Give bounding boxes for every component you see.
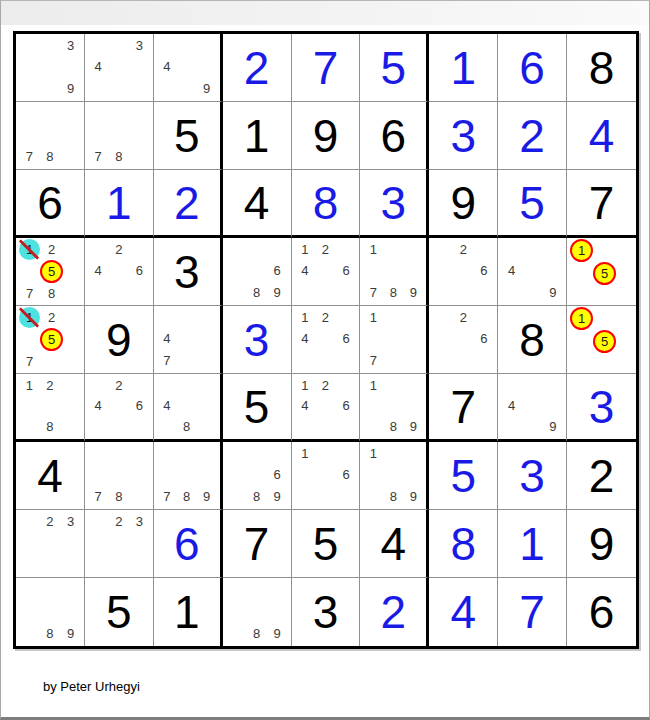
candidate-grid: 26 bbox=[432, 239, 494, 303]
candidate-2[interactable]: 2 bbox=[322, 243, 329, 256]
candidate-2[interactable]: 2 bbox=[48, 243, 55, 256]
candidate-slot-1: 1 bbox=[363, 443, 383, 464]
cell-r1c9[interactable]: 8 bbox=[567, 34, 636, 102]
candidate-slot-1: 1 bbox=[570, 239, 593, 262]
cell-r1c2[interactable]: 34 bbox=[85, 34, 154, 102]
candidate-slot-5 bbox=[109, 464, 130, 485]
highlighted-candidate-5[interactable]: 5 bbox=[40, 328, 63, 351]
candidate-slot-7: 7 bbox=[363, 282, 383, 303]
cell-r7c6[interactable]: 189 bbox=[360, 442, 429, 510]
candidate-slot-9 bbox=[336, 486, 357, 507]
cell-r6c1[interactable]: 128 bbox=[16, 374, 85, 442]
candidate-slot-3 bbox=[60, 103, 81, 124]
candidate-slot-1 bbox=[88, 103, 109, 124]
candidate-8[interactable]: 8 bbox=[48, 287, 55, 300]
cell-r7c9[interactable]: 2 bbox=[567, 442, 636, 510]
candidate-slot-9 bbox=[336, 416, 357, 437]
candidate-4[interactable]: 4 bbox=[163, 332, 170, 345]
candidate-slot-1 bbox=[226, 239, 247, 260]
candidate-slot-8: 8 bbox=[383, 416, 403, 437]
candidate-slot-5 bbox=[315, 396, 336, 417]
cell-r9c1[interactable]: 89 bbox=[16, 578, 85, 646]
eliminated-candidate-1[interactable]: 1 bbox=[19, 307, 40, 328]
elimination-slash-icon bbox=[19, 307, 40, 328]
candidate-slot-5 bbox=[40, 56, 61, 77]
candidate-slot-9: 9 bbox=[542, 416, 563, 437]
cell-r4c9[interactable]: 15 bbox=[567, 238, 636, 306]
highlighted-candidate-1[interactable]: 1 bbox=[570, 307, 593, 330]
candidate-slot-3 bbox=[60, 375, 81, 396]
cell-r7c7[interactable]: 5 bbox=[429, 442, 498, 510]
candidate-slot-2: 2 bbox=[315, 375, 336, 396]
eliminated-candidate-1[interactable]: 1 bbox=[19, 239, 40, 260]
cell-r4c1[interactable]: 12578 bbox=[16, 238, 85, 306]
solved-digit: 3 bbox=[589, 384, 615, 430]
candidate-slot-4: 4 bbox=[88, 396, 109, 417]
candidate-6[interactable]: 6 bbox=[343, 468, 350, 481]
candidate-slot-7 bbox=[295, 350, 316, 371]
candidate-slot-4: 4 bbox=[88, 56, 109, 77]
cell-r1c3[interactable]: 49 bbox=[154, 34, 223, 102]
candidate-grid: 15 bbox=[570, 239, 633, 303]
candidate-9[interactable]: 9 bbox=[410, 490, 417, 503]
candidate-grid: 78 bbox=[19, 103, 81, 167]
candidate-slot-8: 8 bbox=[383, 486, 403, 507]
candidate-slot-1: 1 bbox=[295, 307, 316, 328]
candidate-slot-4: 4 bbox=[501, 260, 522, 281]
highlighted-candidate-5[interactable]: 5 bbox=[593, 262, 616, 285]
candidate-slot-3 bbox=[542, 375, 563, 396]
candidate-grid: 1789 bbox=[363, 239, 423, 303]
cell-r2c8[interactable]: 2 bbox=[498, 102, 567, 170]
candidate-slot-9 bbox=[60, 416, 81, 437]
cell-r8c1[interactable]: 23 bbox=[16, 510, 85, 578]
candidate-8[interactable]: 8 bbox=[390, 420, 397, 433]
candidate-slot-8 bbox=[109, 416, 130, 437]
candidate-slot-8 bbox=[109, 78, 130, 99]
cell-r8c7[interactable]: 8 bbox=[429, 510, 498, 578]
cell-r8c9[interactable]: 9 bbox=[567, 510, 636, 578]
candidate-8[interactable]: 8 bbox=[46, 150, 53, 163]
candidate-grid: 689 bbox=[226, 239, 288, 303]
candidate-slot-5 bbox=[109, 56, 130, 77]
cell-r6c2[interactable]: 246 bbox=[85, 374, 154, 442]
solved-digit: 6 bbox=[381, 113, 407, 159]
candidate-9[interactable]: 9 bbox=[549, 286, 556, 299]
cell-r1c1[interactable]: 39 bbox=[16, 34, 85, 102]
candidate-slot-7 bbox=[226, 622, 247, 644]
candidate-9[interactable]: 9 bbox=[274, 490, 281, 503]
cell-r8c2[interactable]: 23 bbox=[85, 510, 154, 578]
candidate-4[interactable]: 4 bbox=[163, 399, 170, 412]
cell-r2c1[interactable]: 78 bbox=[16, 102, 85, 170]
candidate-3[interactable]: 3 bbox=[136, 39, 143, 52]
candidate-slot-6: 6 bbox=[267, 260, 288, 281]
candidate-1[interactable]: 1 bbox=[301, 379, 308, 392]
candidate-slot-1: 1 bbox=[570, 307, 593, 330]
cell-r7c4[interactable]: 689 bbox=[223, 442, 292, 510]
candidate-4[interactable]: 4 bbox=[95, 399, 102, 412]
candidate-slot-6 bbox=[197, 464, 217, 485]
cell-r9c2[interactable]: 5 bbox=[85, 578, 154, 646]
candidate-7[interactable]: 7 bbox=[26, 150, 33, 163]
candidate-8[interactable]: 8 bbox=[46, 627, 53, 640]
candidate-slot-4 bbox=[570, 330, 593, 353]
candidate-slot-1 bbox=[501, 239, 522, 260]
cell-r4c4[interactable]: 689 bbox=[223, 238, 292, 306]
candidate-8[interactable]: 8 bbox=[46, 420, 53, 433]
candidate-8[interactable]: 8 bbox=[183, 490, 190, 503]
candidate-1[interactable]: 1 bbox=[370, 379, 377, 392]
candidate-slot-6: 6 bbox=[129, 396, 150, 417]
highlighted-candidate-5[interactable]: 5 bbox=[593, 330, 616, 353]
solved-digit: 7 bbox=[450, 384, 476, 430]
candidate-slot-3 bbox=[474, 307, 495, 328]
candidate-slot-6 bbox=[129, 532, 150, 553]
candidate-slot-7: 7 bbox=[88, 146, 109, 167]
candidate-slot-5 bbox=[109, 396, 130, 417]
candidate-6[interactable]: 6 bbox=[136, 399, 143, 412]
cell-r6c4[interactable]: 5 bbox=[223, 374, 292, 442]
candidate-grid: 246 bbox=[88, 375, 150, 437]
candidate-7[interactable]: 7 bbox=[26, 287, 33, 300]
candidate-slot-8: 8 bbox=[383, 282, 403, 303]
candidate-9[interactable]: 9 bbox=[410, 420, 417, 433]
candidate-9[interactable]: 9 bbox=[549, 420, 556, 433]
highlighted-candidate-5[interactable]: 5 bbox=[40, 260, 63, 283]
candidate-slot-3: 3 bbox=[60, 511, 81, 532]
cell-r8c6[interactable]: 4 bbox=[360, 510, 429, 578]
candidate-4[interactable]: 4 bbox=[95, 60, 102, 73]
cell-r5c5[interactable]: 1246 bbox=[292, 306, 361, 374]
candidate-4[interactable]: 4 bbox=[508, 264, 515, 277]
candidate-slot-6 bbox=[542, 396, 563, 417]
cell-r6c6[interactable]: 189 bbox=[360, 374, 429, 442]
cell-r3c4[interactable]: 4 bbox=[223, 170, 292, 238]
cell-r4c3[interactable]: 3 bbox=[154, 238, 223, 306]
candidate-slot-3 bbox=[63, 239, 81, 260]
candidate-6[interactable]: 6 bbox=[480, 264, 487, 277]
candidate-slot-9 bbox=[474, 350, 495, 371]
candidate-slot-1 bbox=[157, 375, 177, 396]
cell-r9c9[interactable]: 6 bbox=[567, 578, 636, 646]
candidate-6[interactable]: 6 bbox=[480, 332, 487, 345]
cell-r7c2[interactable]: 78 bbox=[85, 442, 154, 510]
solved-digit: 5 bbox=[244, 384, 270, 430]
candidate-8[interactable]: 8 bbox=[390, 286, 397, 299]
cell-r5c2[interactable]: 9 bbox=[85, 306, 154, 374]
candidate-9[interactable]: 9 bbox=[67, 82, 74, 95]
candidate-slot-2: 2 bbox=[109, 375, 130, 396]
candidate-slot-8 bbox=[315, 486, 336, 507]
cell-r6c5[interactable]: 1246 bbox=[292, 374, 361, 442]
candidate-9[interactable]: 9 bbox=[67, 627, 74, 640]
candidate-8[interactable]: 8 bbox=[183, 420, 190, 433]
highlighted-candidate-1[interactable]: 1 bbox=[570, 239, 593, 262]
candidate-slot-3 bbox=[197, 375, 217, 396]
candidate-slot-6: 6 bbox=[267, 464, 288, 485]
candidate-slot-8: 8 bbox=[246, 282, 267, 303]
solved-digit: 4 bbox=[37, 453, 63, 499]
cell-r3c1[interactable]: 6 bbox=[16, 170, 85, 238]
candidate-slot-4 bbox=[88, 124, 109, 145]
candidate-slot-3: 3 bbox=[129, 511, 150, 532]
candidate-4[interactable]: 4 bbox=[301, 399, 308, 412]
cell-r8c5[interactable]: 5 bbox=[292, 510, 361, 578]
candidate-7[interactable]: 7 bbox=[163, 354, 170, 367]
candidate-2[interactable]: 2 bbox=[460, 243, 467, 256]
candidate-slot-2: 2 bbox=[453, 307, 474, 328]
candidate-slot-3 bbox=[542, 239, 563, 260]
cell-r2c9[interactable]: 4 bbox=[567, 102, 636, 170]
cell-r7c5[interactable]: 16 bbox=[292, 442, 361, 510]
candidate-7[interactable]: 7 bbox=[26, 355, 33, 368]
candidate-slot-8: 8 bbox=[177, 486, 197, 507]
candidate-grid: 128 bbox=[19, 375, 81, 437]
candidate-slot-2 bbox=[109, 103, 130, 124]
candidate-8[interactable]: 8 bbox=[253, 286, 260, 299]
cell-r1c7[interactable]: 1 bbox=[429, 34, 498, 102]
candidate-slot-5: 5 bbox=[593, 330, 616, 353]
cell-r5c4[interactable]: 3 bbox=[223, 306, 292, 374]
candidate-slot-7 bbox=[19, 416, 40, 437]
cell-r2c3[interactable]: 5 bbox=[154, 102, 223, 170]
candidate-slot-5 bbox=[109, 124, 130, 145]
cell-r3c5[interactable]: 8 bbox=[292, 170, 361, 238]
cell-r5c6[interactable]: 17 bbox=[360, 306, 429, 374]
candidate-slot-6 bbox=[197, 56, 217, 77]
candidate-grid: 23 bbox=[19, 511, 81, 575]
solved-digit: 4 bbox=[450, 589, 476, 635]
candidate-slot-8 bbox=[315, 416, 336, 437]
candidate-6[interactable]: 6 bbox=[343, 399, 350, 412]
candidate-slot-2: 2 bbox=[315, 307, 336, 328]
cell-r7c8[interactable]: 3 bbox=[498, 442, 567, 510]
candidate-8[interactable]: 8 bbox=[253, 627, 260, 640]
candidate-slot-2 bbox=[593, 307, 616, 330]
cell-r1c4[interactable]: 2 bbox=[223, 34, 292, 102]
cell-r6c9[interactable]: 3 bbox=[567, 374, 636, 442]
candidate-slot-7: 7 bbox=[19, 351, 40, 371]
candidate-slot-2: 2 bbox=[109, 511, 130, 532]
candidate-slot-4: 4 bbox=[157, 56, 177, 77]
candidate-4[interactable]: 4 bbox=[508, 399, 515, 412]
candidate-slot-3 bbox=[129, 375, 150, 396]
candidate-slot-5 bbox=[246, 601, 267, 623]
cell-r9c3[interactable]: 1 bbox=[154, 578, 223, 646]
candidate-slot-8: 8 bbox=[40, 146, 61, 167]
cell-r4c7[interactable]: 26 bbox=[429, 238, 498, 306]
candidate-6[interactable]: 6 bbox=[136, 264, 143, 277]
candidate-slot-2 bbox=[383, 375, 403, 396]
candidate-slot-6 bbox=[403, 328, 423, 349]
cell-r2c5[interactable]: 9 bbox=[292, 102, 361, 170]
candidate-2[interactable]: 2 bbox=[46, 515, 53, 528]
candidate-slot-5 bbox=[40, 396, 61, 417]
candidate-slot-5 bbox=[40, 124, 61, 145]
candidate-slot-4 bbox=[295, 464, 316, 485]
candidate-1[interactable]: 1 bbox=[370, 311, 377, 324]
cell-r3c2[interactable]: 1 bbox=[85, 170, 154, 238]
cell-r5c8[interactable]: 8 bbox=[498, 306, 567, 374]
cell-r3c9[interactable]: 7 bbox=[567, 170, 636, 238]
candidate-slot-5 bbox=[246, 464, 267, 485]
cell-r8c4[interactable]: 7 bbox=[223, 510, 292, 578]
solved-digit: 1 bbox=[174, 589, 200, 635]
candidate-slot-3 bbox=[267, 579, 288, 601]
cell-r1c5[interactable]: 7 bbox=[292, 34, 361, 102]
candidate-slot-4 bbox=[19, 260, 40, 283]
candidate-1[interactable]: 1 bbox=[370, 243, 377, 256]
candidate-6[interactable]: 6 bbox=[274, 468, 281, 481]
candidate-slot-3 bbox=[336, 239, 357, 260]
candidate-slot-9: 9 bbox=[60, 78, 81, 99]
cell-r3c6[interactable]: 3 bbox=[360, 170, 429, 238]
candidate-slot-6: 6 bbox=[129, 260, 150, 281]
candidate-slot-6 bbox=[197, 328, 217, 349]
candidate-grid: 246 bbox=[88, 239, 150, 303]
candidate-7[interactable]: 7 bbox=[163, 490, 170, 503]
cell-r5c1[interactable]: 1257 bbox=[16, 306, 85, 374]
cell-r9c8[interactable]: 7 bbox=[498, 578, 567, 646]
cell-r5c9[interactable]: 15 bbox=[567, 306, 636, 374]
candidate-3[interactable]: 3 bbox=[67, 39, 74, 52]
solved-digit: 2 bbox=[589, 453, 615, 499]
candidate-slot-7 bbox=[157, 78, 177, 99]
solved-digit: 6 bbox=[589, 589, 615, 635]
candidate-slot-6 bbox=[197, 396, 217, 417]
candidate-grid: 78 bbox=[88, 443, 150, 507]
candidate-2[interactable]: 2 bbox=[115, 515, 122, 528]
cell-r6c7[interactable]: 7 bbox=[429, 374, 498, 442]
cell-r3c8[interactable]: 5 bbox=[498, 170, 567, 238]
candidate-9[interactable]: 9 bbox=[203, 82, 210, 95]
candidate-slot-7 bbox=[295, 416, 316, 437]
solved-digit: 7 bbox=[244, 521, 270, 567]
cell-r3c3[interactable]: 2 bbox=[154, 170, 223, 238]
cell-r2c4[interactable]: 1 bbox=[223, 102, 292, 170]
cell-r4c2[interactable]: 246 bbox=[85, 238, 154, 306]
candidate-1[interactable]: 1 bbox=[26, 379, 33, 392]
cell-r7c1[interactable]: 4 bbox=[16, 442, 85, 510]
candidate-4[interactable]: 4 bbox=[163, 60, 170, 73]
candidate-2[interactable]: 2 bbox=[322, 379, 329, 392]
candidate-slot-2: 2 bbox=[40, 307, 63, 328]
candidate-slot-2 bbox=[109, 443, 130, 464]
solved-digit: 4 bbox=[381, 521, 407, 567]
candidate-grid: 23 bbox=[88, 511, 150, 575]
cell-r6c8[interactable]: 49 bbox=[498, 374, 567, 442]
candidate-7[interactable]: 7 bbox=[370, 354, 377, 367]
candidate-1[interactable]: 1 bbox=[301, 243, 308, 256]
cell-r2c6[interactable]: 6 bbox=[360, 102, 429, 170]
candidate-4[interactable]: 4 bbox=[301, 332, 308, 345]
cell-r2c7[interactable]: 3 bbox=[429, 102, 498, 170]
candidate-8[interactable]: 8 bbox=[115, 150, 122, 163]
candidate-grid: 689 bbox=[226, 443, 288, 507]
cell-r5c3[interactable]: 47 bbox=[154, 306, 223, 374]
solved-digit: 4 bbox=[244, 180, 270, 226]
candidate-9[interactable]: 9 bbox=[274, 286, 281, 299]
cell-r2c2[interactable]: 78 bbox=[85, 102, 154, 170]
candidate-3[interactable]: 3 bbox=[67, 515, 74, 528]
candidate-6[interactable]: 6 bbox=[343, 264, 350, 277]
candidate-9[interactable]: 9 bbox=[274, 627, 281, 640]
candidate-slot-8 bbox=[40, 351, 63, 371]
candidate-9[interactable]: 9 bbox=[410, 286, 417, 299]
candidate-1[interactable]: 1 bbox=[301, 311, 308, 324]
cell-r8c3[interactable]: 6 bbox=[154, 510, 223, 578]
cell-r8c8[interactable]: 1 bbox=[498, 510, 567, 578]
candidate-slot-9 bbox=[129, 416, 150, 437]
cell-r9c4[interactable]: 89 bbox=[223, 578, 292, 646]
cell-r1c8[interactable]: 6 bbox=[498, 34, 567, 102]
candidate-2[interactable]: 2 bbox=[322, 311, 329, 324]
candidate-1[interactable]: 1 bbox=[370, 447, 377, 460]
candidate-2[interactable]: 2 bbox=[115, 243, 122, 256]
candidate-7[interactable]: 7 bbox=[95, 150, 102, 163]
candidate-6[interactable]: 6 bbox=[274, 264, 281, 277]
cell-r9c5[interactable]: 3 bbox=[292, 578, 361, 646]
candidate-slot-3 bbox=[63, 307, 81, 328]
candidate-7[interactable]: 7 bbox=[370, 286, 377, 299]
candidate-2[interactable]: 2 bbox=[46, 379, 53, 392]
candidate-6[interactable]: 6 bbox=[343, 332, 350, 345]
candidate-7[interactable]: 7 bbox=[95, 490, 102, 503]
candidate-grid: 49 bbox=[157, 35, 217, 99]
candidate-slot-1: 1 bbox=[295, 239, 316, 260]
candidate-slot-4 bbox=[19, 396, 40, 417]
cell-r4c5[interactable]: 1246 bbox=[292, 238, 361, 306]
candidate-slot-7 bbox=[19, 554, 40, 575]
candidate-4[interactable]: 4 bbox=[301, 264, 308, 277]
cell-r3c7[interactable]: 9 bbox=[429, 170, 498, 238]
candidate-slot-2 bbox=[246, 239, 267, 260]
candidate-9[interactable]: 9 bbox=[203, 490, 210, 503]
solved-digit: 7 bbox=[519, 589, 545, 635]
candidate-2[interactable]: 2 bbox=[460, 311, 467, 324]
candidate-grid: 49 bbox=[501, 375, 563, 437]
candidate-2[interactable]: 2 bbox=[115, 379, 122, 392]
candidate-slot-9 bbox=[129, 282, 150, 303]
cell-r4c6[interactable]: 1789 bbox=[360, 238, 429, 306]
candidate-slot-2 bbox=[40, 579, 61, 601]
cell-r9c6[interactable]: 2 bbox=[360, 578, 429, 646]
candidate-8[interactable]: 8 bbox=[253, 490, 260, 503]
candidate-4[interactable]: 4 bbox=[95, 264, 102, 277]
candidate-slot-2 bbox=[177, 35, 197, 56]
candidate-3[interactable]: 3 bbox=[136, 515, 143, 528]
solved-digit: 4 bbox=[589, 113, 615, 159]
candidate-1[interactable]: 1 bbox=[301, 447, 308, 460]
cell-r9c7[interactable]: 4 bbox=[429, 578, 498, 646]
candidate-8[interactable]: 8 bbox=[390, 490, 397, 503]
candidate-slot-6: 6 bbox=[474, 260, 495, 281]
candidate-grid: 49 bbox=[501, 239, 563, 303]
candidate-grid: 17 bbox=[363, 307, 423, 371]
candidate-slot-2 bbox=[522, 239, 543, 260]
cell-r6c3[interactable]: 48 bbox=[154, 374, 223, 442]
candidate-2[interactable]: 2 bbox=[48, 311, 55, 324]
cell-r1c6[interactable]: 5 bbox=[360, 34, 429, 102]
cell-r4c8[interactable]: 49 bbox=[498, 238, 567, 306]
cell-r7c3[interactable]: 789 bbox=[154, 442, 223, 510]
cell-r5c7[interactable]: 26 bbox=[429, 306, 498, 374]
solved-digit: 3 bbox=[313, 589, 339, 635]
candidate-8[interactable]: 8 bbox=[115, 490, 122, 503]
candidate-slot-1 bbox=[88, 443, 109, 464]
candidate-slot-3 bbox=[403, 239, 423, 260]
